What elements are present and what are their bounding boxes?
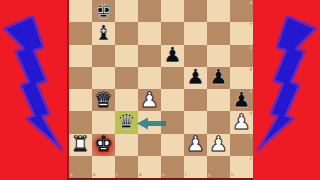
black-king[interactable]: ♚: [94, 1, 113, 22]
square-a8[interactable]: [69, 0, 92, 22]
square-h1[interactable]: h1: [230, 156, 253, 178]
square-d3[interactable]: [138, 111, 161, 133]
black-bishop[interactable]: ♝: [94, 23, 113, 44]
square-g8[interactable]: [207, 0, 230, 22]
square-b5[interactable]: [92, 67, 115, 89]
square-g3[interactable]: [207, 111, 230, 133]
white-king[interactable]: ♚: [94, 134, 113, 155]
square-a7[interactable]: [69, 22, 92, 44]
square-c8[interactable]: [115, 0, 138, 22]
square-h4[interactable]: ♟4: [230, 89, 253, 111]
square-e8[interactable]: [161, 0, 184, 22]
white-queen[interactable]: ♛: [94, 90, 113, 111]
square-a5[interactable]: [69, 67, 92, 89]
square-f8[interactable]: [184, 0, 207, 22]
square-f3[interactable]: [184, 111, 207, 133]
rank-label-8: 8: [249, 1, 252, 5]
square-b6[interactable]: [92, 45, 115, 67]
square-b2[interactable]: ♚: [92, 134, 115, 156]
black-pawn[interactable]: ♟: [232, 90, 251, 111]
black-pawn[interactable]: ♟: [209, 67, 228, 88]
black-pawn[interactable]: ♟: [186, 67, 205, 88]
square-h8[interactable]: 8: [230, 0, 253, 22]
square-f2[interactable]: ♟: [184, 134, 207, 156]
square-c7[interactable]: [115, 22, 138, 44]
square-g6[interactable]: [207, 45, 230, 67]
square-c1[interactable]: c: [115, 156, 138, 178]
rank-label-1: 1: [249, 157, 252, 161]
file-label-f: f: [185, 173, 186, 177]
red-background: ♚8♝7♟6♟♟5♛♟♟4♛♟3♜♚♟♟2abcdefgh1: [0, 0, 320, 180]
square-c5[interactable]: [115, 67, 138, 89]
square-c4[interactable]: [115, 89, 138, 111]
square-d5[interactable]: [138, 67, 161, 89]
file-label-c: c: [116, 173, 118, 177]
square-e3[interactable]: [161, 111, 184, 133]
chess-board[interactable]: ♚8♝7♟6♟♟5♛♟♟4♛♟3♜♚♟♟2abcdefgh1: [67, 0, 253, 180]
square-a6[interactable]: [69, 45, 92, 67]
square-g4[interactable]: [207, 89, 230, 111]
file-label-d: d: [139, 173, 142, 177]
file-label-h: h: [231, 173, 234, 177]
square-d2[interactable]: [138, 134, 161, 156]
square-d6[interactable]: [138, 45, 161, 67]
square-g2[interactable]: ♟: [207, 134, 230, 156]
white-pawn[interactable]: ♟: [186, 134, 205, 155]
rank-label-2: 2: [249, 135, 252, 139]
square-d1[interactable]: d: [138, 156, 161, 178]
black-queen[interactable]: ♛: [117, 112, 136, 133]
file-label-g: g: [208, 173, 211, 177]
square-b7[interactable]: ♝: [92, 22, 115, 44]
square-e7[interactable]: [161, 22, 184, 44]
square-d7[interactable]: [138, 22, 161, 44]
square-b4[interactable]: ♛: [92, 89, 115, 111]
square-e6[interactable]: ♟: [161, 45, 184, 67]
square-d8[interactable]: [138, 0, 161, 22]
square-h3[interactable]: ♟3: [230, 111, 253, 133]
square-e4[interactable]: [161, 89, 184, 111]
file-label-a: a: [70, 173, 72, 177]
square-e1[interactable]: e: [161, 156, 184, 178]
square-f7[interactable]: [184, 22, 207, 44]
white-pawn[interactable]: ♟: [209, 134, 228, 155]
square-c3[interactable]: ♛: [115, 111, 138, 133]
white-pawn[interactable]: ♟: [232, 112, 251, 133]
square-d4[interactable]: ♟: [138, 89, 161, 111]
square-a3[interactable]: [69, 111, 92, 133]
rank-label-5: 5: [249, 68, 252, 72]
lightning-bolt-left-icon: [2, 16, 64, 154]
square-f1[interactable]: f: [184, 156, 207, 178]
square-g7[interactable]: [207, 22, 230, 44]
black-pawn[interactable]: ♟: [163, 45, 182, 66]
square-h6[interactable]: 6: [230, 45, 253, 67]
square-e5[interactable]: [161, 67, 184, 89]
file-label-b: b: [93, 173, 96, 177]
square-h5[interactable]: 5: [230, 67, 253, 89]
square-a2[interactable]: ♜: [69, 134, 92, 156]
rank-label-7: 7: [249, 23, 252, 27]
square-c2[interactable]: [115, 134, 138, 156]
white-rook[interactable]: ♜: [71, 134, 90, 155]
square-f4[interactable]: [184, 89, 207, 111]
square-a4[interactable]: [69, 89, 92, 111]
white-pawn[interactable]: ♟: [140, 90, 159, 111]
square-c6[interactable]: [115, 45, 138, 67]
square-f6[interactable]: [184, 45, 207, 67]
file-label-e: e: [162, 173, 164, 177]
square-f5[interactable]: ♟: [184, 67, 207, 89]
square-e2[interactable]: [161, 134, 184, 156]
square-h7[interactable]: 7: [230, 22, 253, 44]
square-g5[interactable]: ♟: [207, 67, 230, 89]
square-g1[interactable]: g: [207, 156, 230, 178]
rank-label-6: 6: [249, 46, 252, 50]
square-b8[interactable]: ♚: [92, 0, 115, 22]
square-a1[interactable]: a: [69, 156, 92, 178]
lightning-bolt-right-icon: [256, 16, 318, 154]
square-b3[interactable]: [92, 111, 115, 133]
square-h2[interactable]: 2: [230, 134, 253, 156]
square-b1[interactable]: b: [92, 156, 115, 178]
